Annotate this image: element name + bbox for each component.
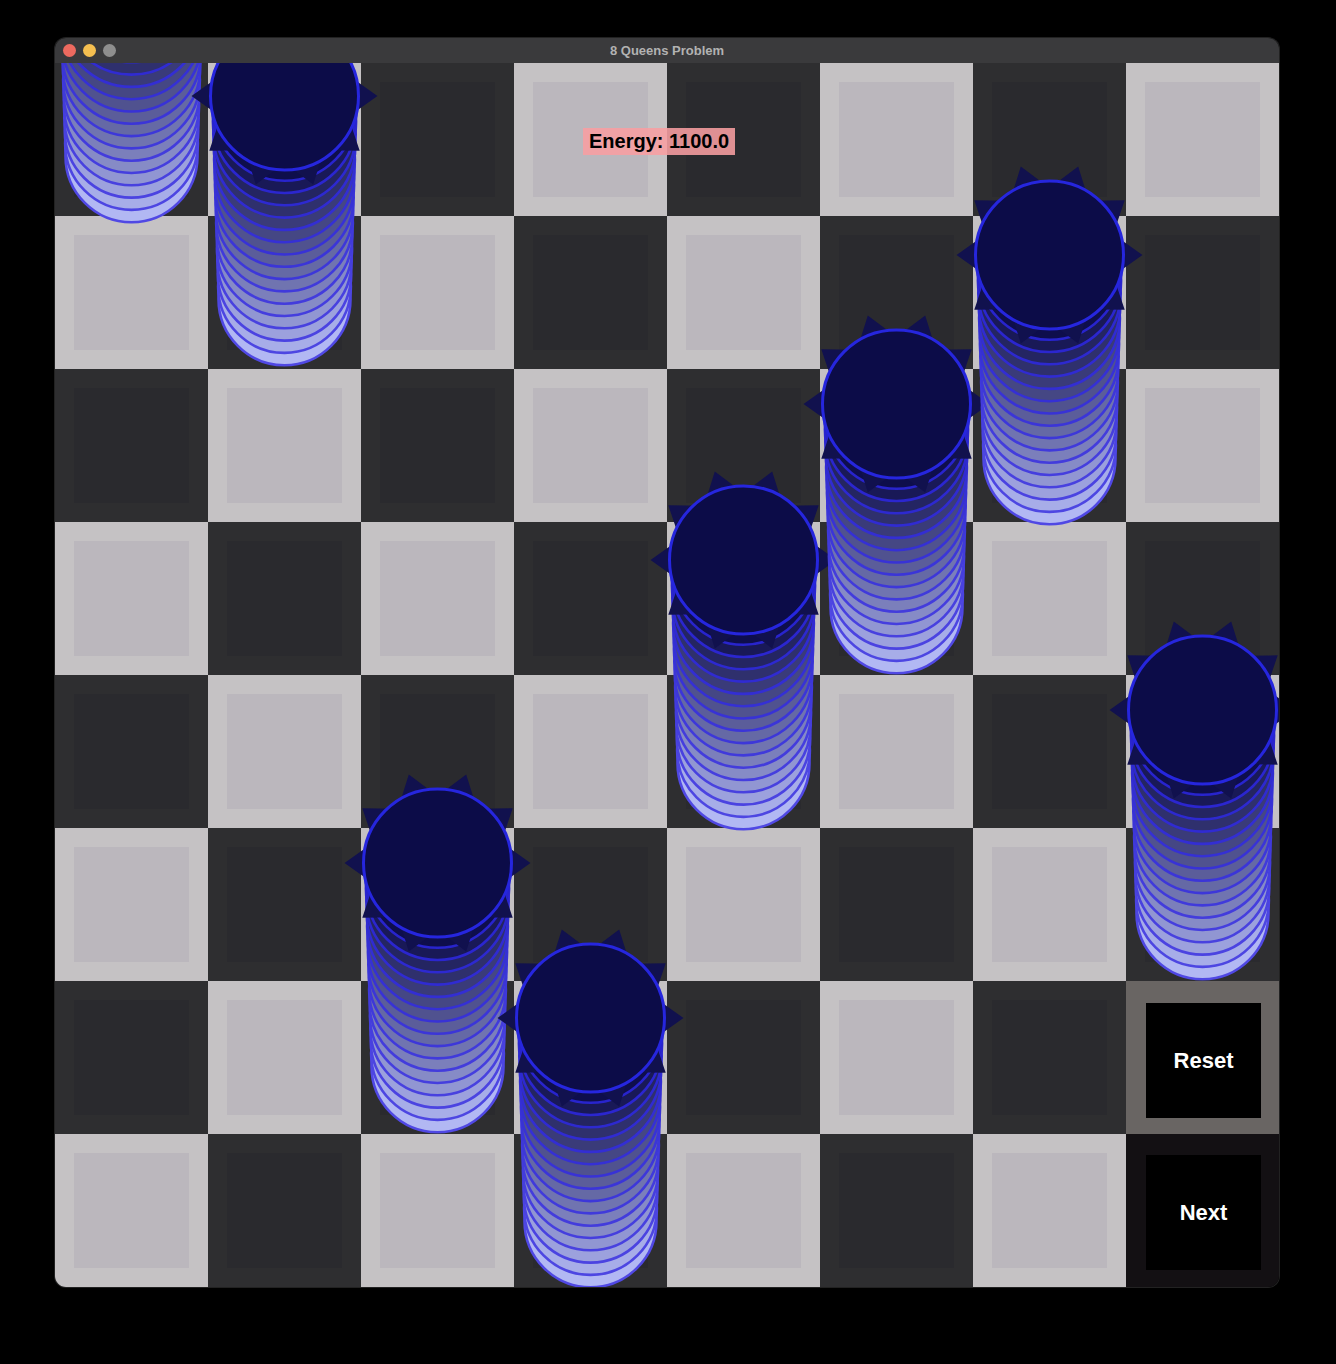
cell-inner-square: [380, 82, 495, 197]
cell-inner-square: [1145, 388, 1260, 503]
board-cell: [208, 216, 361, 369]
board-cell: [820, 522, 973, 675]
cell-inner-square: [533, 541, 648, 656]
cell-inner-square: [839, 694, 954, 809]
board-cell: [973, 828, 1126, 981]
cell-inner-square: [992, 1153, 1107, 1268]
board-cell: [820, 675, 973, 828]
cell-inner-square: [992, 388, 1107, 503]
cell-inner-square: [227, 1153, 342, 1268]
board-cell: [667, 1134, 820, 1287]
board-cell: [973, 675, 1126, 828]
board-cell: [208, 522, 361, 675]
cell-inner-square: [686, 694, 801, 809]
board-cell: [667, 216, 820, 369]
board-cell: [361, 981, 514, 1134]
board-cell: [820, 828, 973, 981]
cell-inner-square: [839, 388, 954, 503]
board-cell: [514, 1134, 667, 1287]
cell-inner-square: [992, 82, 1107, 197]
cell-inner-square: [227, 694, 342, 809]
cell-inner-square: [992, 847, 1107, 962]
board-cell: [208, 981, 361, 1134]
board-cell: [820, 981, 973, 1134]
board-cell: [973, 63, 1126, 216]
board-cell: [55, 216, 208, 369]
cell-inner-square: [1145, 82, 1260, 197]
cell-inner-square: [380, 235, 495, 350]
board-cell: [514, 828, 667, 981]
cell-inner-square: [74, 82, 189, 197]
cell-inner-square: [839, 82, 954, 197]
cell-inner-square: [1145, 694, 1260, 809]
board-cell: [55, 63, 208, 216]
cell-inner-square: [533, 1153, 648, 1268]
cell-inner-square: [839, 1153, 954, 1268]
cell-inner-square: [380, 694, 495, 809]
cell-inner-square: [74, 235, 189, 350]
cell-inner-square: [533, 1000, 648, 1115]
board-cell: [667, 828, 820, 981]
board-cell: [1126, 63, 1279, 216]
board-cell: [361, 63, 514, 216]
cell-inner-square: [686, 388, 801, 503]
cell-inner-square: [227, 1000, 342, 1115]
cell-inner-square: [1145, 541, 1260, 656]
cell-inner-square: [992, 235, 1107, 350]
cell-inner-square: [839, 847, 954, 962]
cell-inner-square: [533, 694, 648, 809]
cell-inner-square: [74, 1000, 189, 1115]
board-cell: [208, 369, 361, 522]
cell-inner-square: [380, 1153, 495, 1268]
board-cell: [55, 522, 208, 675]
board-cell: [820, 63, 973, 216]
cell-inner-square: [839, 1000, 954, 1115]
board-cell: [1126, 522, 1279, 675]
cell-inner-square: [227, 82, 342, 197]
board-cell: [1126, 675, 1279, 828]
cell-inner-square: [1145, 235, 1260, 350]
board-cell: [1126, 369, 1279, 522]
board-cell: [55, 1134, 208, 1287]
next-button[interactable]: Next: [1146, 1155, 1261, 1270]
board-cell: [361, 522, 514, 675]
cell-inner-square: [227, 541, 342, 656]
cell-inner-square: [533, 388, 648, 503]
board-cell: [514, 981, 667, 1134]
board-cell: [1126, 216, 1279, 369]
board-cell: [361, 369, 514, 522]
board-cell: [361, 675, 514, 828]
board-cell: [514, 675, 667, 828]
cell-inner-square: [686, 1000, 801, 1115]
cell-inner-square: [839, 541, 954, 656]
cell-inner-square: [227, 235, 342, 350]
board-cell: [820, 216, 973, 369]
cell-inner-square: [74, 847, 189, 962]
cell-inner-square: [227, 847, 342, 962]
board-cell: [208, 63, 361, 216]
cell-inner-square: [686, 847, 801, 962]
app-window: 8 Queens Problem Energy: 1100.0 Reset Ne…: [55, 38, 1279, 1287]
reset-button[interactable]: Reset: [1146, 1003, 1261, 1118]
cell-inner-square: [227, 388, 342, 503]
board-cell: [973, 369, 1126, 522]
board-cell: [973, 216, 1126, 369]
board-cell: [667, 522, 820, 675]
board-cell: [514, 522, 667, 675]
chessboard: Energy: 1100.0 Reset Next: [55, 63, 1279, 1287]
board-cell: [820, 1134, 973, 1287]
board-cell: [208, 828, 361, 981]
desktop: 8 Queens Problem Energy: 1100.0 Reset Ne…: [0, 0, 1336, 1364]
cell-inner-square: [74, 694, 189, 809]
board-cell: [55, 981, 208, 1134]
cell-inner-square: [1145, 847, 1260, 962]
cell-inner-square: [839, 235, 954, 350]
cell-inner-square: [380, 1000, 495, 1115]
cell-inner-square: [992, 694, 1107, 809]
board-cell: [667, 981, 820, 1134]
cell-inner-square: [380, 541, 495, 656]
cell-inner-square: [74, 541, 189, 656]
board-cell: [973, 522, 1126, 675]
titlebar[interactable]: 8 Queens Problem: [55, 38, 1279, 63]
cell-inner-square: [380, 388, 495, 503]
cell-inner-square: [686, 235, 801, 350]
board-cell: [514, 216, 667, 369]
cell-inner-square: [992, 1000, 1107, 1115]
board-cell: [361, 216, 514, 369]
board-cell: [361, 1134, 514, 1287]
board-cell: [208, 675, 361, 828]
board-cell: [208, 1134, 361, 1287]
board-cell: [973, 981, 1126, 1134]
board-cell: [514, 369, 667, 522]
cell-inner-square: [533, 235, 648, 350]
board-cell: [55, 828, 208, 981]
window-title: 8 Queens Problem: [55, 38, 1279, 63]
cell-inner-square: [74, 388, 189, 503]
board-cell: [667, 675, 820, 828]
board-cell: [973, 1134, 1126, 1287]
cell-inner-square: [533, 847, 648, 962]
cell-inner-square: [686, 1153, 801, 1268]
cell-inner-square: [992, 541, 1107, 656]
cell-inner-square: [380, 847, 495, 962]
board-cell: [55, 369, 208, 522]
board-cell: [820, 369, 973, 522]
board-cell: [55, 675, 208, 828]
board-cell: [667, 369, 820, 522]
cell-inner-square: [74, 1153, 189, 1268]
board-cell: [361, 828, 514, 981]
cell-inner-square: [686, 541, 801, 656]
board-cell: [1126, 828, 1279, 981]
energy-label: Energy: 1100.0: [583, 128, 735, 155]
